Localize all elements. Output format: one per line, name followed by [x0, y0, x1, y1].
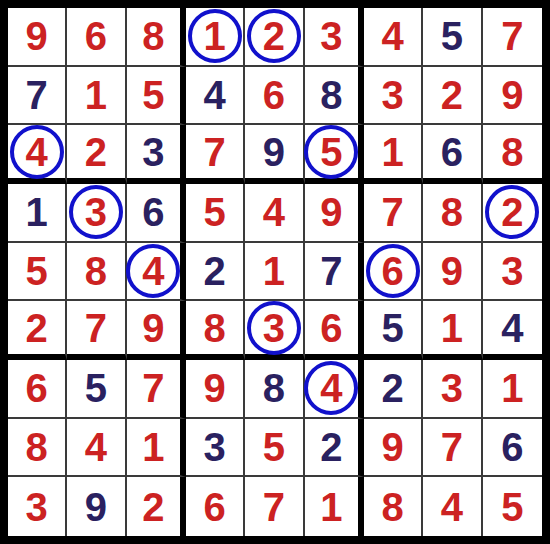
digit-r9c6: 1 [320, 487, 342, 527]
digit-r7c8: 3 [441, 368, 463, 408]
digit-r1c8: 5 [441, 16, 463, 56]
cell-r4c3[interactable]: 6 [127, 184, 186, 243]
cell-r9c2[interactable]: 9 [67, 477, 126, 536]
digit-r9c3: 2 [142, 487, 164, 527]
digit-r7c2: 5 [85, 368, 107, 408]
digit-r3c1: 4 [26, 132, 48, 172]
digit-r8c1: 8 [26, 427, 48, 467]
cell-r9c6[interactable]: 1 [305, 477, 364, 536]
digit-r1c4: 1 [204, 16, 226, 56]
digit-r4c6: 9 [320, 192, 342, 232]
cell-r8c5[interactable]: 5 [245, 419, 304, 478]
cell-r5c4[interactable]: 2 [186, 243, 245, 302]
digit-r9c1: 3 [26, 487, 48, 527]
sudoku-screenshot: 9681234577154683294237951681365497825842… [0, 0, 550, 544]
cell-r4c6[interactable]: 9 [305, 184, 364, 243]
cell-r9c8[interactable]: 4 [423, 477, 482, 536]
digit-r4c5: 4 [263, 192, 285, 232]
cell-r6c6[interactable]: 6 [305, 301, 364, 360]
cell-r3c8[interactable]: 6 [423, 125, 482, 184]
cell-r8c1[interactable]: 8 [8, 419, 67, 478]
cell-r8c9[interactable]: 6 [483, 419, 542, 478]
cell-r1c4[interactable]: 1 [186, 8, 245, 67]
digit-r5c5: 1 [263, 251, 285, 291]
digit-r1c7: 4 [382, 16, 404, 56]
digit-r2c8: 2 [441, 75, 463, 115]
cell-r5c5[interactable]: 1 [245, 243, 304, 302]
digit-r3c2: 2 [85, 132, 107, 172]
cell-r2c8[interactable]: 2 [423, 67, 482, 126]
cell-r6c9[interactable]: 4 [483, 301, 542, 360]
cell-r7c9[interactable]: 1 [483, 360, 542, 419]
digit-r9c8: 4 [441, 487, 463, 527]
cell-r9c7[interactable]: 8 [364, 477, 423, 536]
cell-r8c8[interactable]: 7 [423, 419, 482, 478]
digit-r2c1: 7 [26, 75, 48, 115]
cell-r2c7[interactable]: 3 [364, 67, 423, 126]
digit-r6c1: 2 [26, 308, 48, 348]
digit-r2c9: 9 [501, 75, 523, 115]
cell-r8c2[interactable]: 4 [67, 419, 126, 478]
digit-r8c4: 3 [204, 427, 226, 467]
cell-r2c3[interactable]: 5 [127, 67, 186, 126]
digit-r8c8: 7 [441, 427, 463, 467]
cell-r8c3[interactable]: 1 [127, 419, 186, 478]
cell-r2c6[interactable]: 8 [305, 67, 364, 126]
cell-r5c7[interactable]: 6 [364, 243, 423, 302]
cell-r2c5[interactable]: 6 [245, 67, 304, 126]
cell-r3c9[interactable]: 8 [483, 125, 542, 184]
digit-r7c6: 4 [320, 368, 342, 408]
cell-r7c4[interactable]: 9 [186, 360, 245, 419]
digit-r2c3: 5 [142, 75, 164, 115]
cell-r8c7[interactable]: 9 [364, 419, 423, 478]
cell-r1c2[interactable]: 6 [67, 8, 126, 67]
digit-r7c4: 9 [204, 368, 226, 408]
cell-r9c9[interactable]: 5 [483, 477, 542, 536]
cell-r6c1[interactable]: 2 [8, 301, 67, 360]
cell-r4c2[interactable]: 3 [67, 184, 126, 243]
cell-r7c3[interactable]: 7 [127, 360, 186, 419]
digit-r1c1: 9 [26, 16, 48, 56]
digit-r4c1: 1 [26, 192, 48, 232]
cell-r5c3[interactable]: 4 [127, 243, 186, 302]
digit-r7c5: 8 [263, 368, 285, 408]
cell-r3c2[interactable]: 2 [67, 125, 126, 184]
digit-r6c9: 4 [501, 308, 523, 348]
cell-r1c7[interactable]: 4 [364, 8, 423, 67]
cell-r7c8[interactable]: 3 [423, 360, 482, 419]
cell-r6c4[interactable]: 8 [186, 301, 245, 360]
digit-r3c8: 6 [441, 132, 463, 172]
digit-r4c8: 8 [441, 192, 463, 232]
digit-r1c2: 6 [85, 16, 107, 56]
cell-r9c1[interactable]: 3 [8, 477, 67, 536]
cell-r8c6[interactable]: 2 [305, 419, 364, 478]
cell-r8c4[interactable]: 3 [186, 419, 245, 478]
digit-r1c9: 7 [501, 16, 523, 56]
digit-r4c2: 3 [85, 192, 107, 232]
digit-r6c5: 3 [263, 308, 285, 348]
cell-r1c3[interactable]: 8 [127, 8, 186, 67]
digit-r2c5: 6 [263, 75, 285, 115]
cell-r1c9[interactable]: 7 [483, 8, 542, 67]
cell-r7c7[interactable]: 2 [364, 360, 423, 419]
digit-r6c4: 8 [204, 308, 226, 348]
digit-r8c5: 5 [263, 427, 285, 467]
digit-r5c4: 2 [204, 251, 226, 291]
cell-r3c3[interactable]: 3 [127, 125, 186, 184]
cell-r4c9[interactable]: 2 [483, 184, 542, 243]
digit-r5c6: 7 [320, 251, 342, 291]
cell-r1c8[interactable]: 5 [423, 8, 482, 67]
cell-r5c8[interactable]: 9 [423, 243, 482, 302]
digit-r2c7: 3 [382, 75, 404, 115]
digit-r5c7: 6 [382, 251, 404, 291]
digit-r9c2: 9 [85, 487, 107, 527]
cell-r6c8[interactable]: 1 [423, 301, 482, 360]
digit-r1c6: 3 [320, 16, 342, 56]
cell-r5c1[interactable]: 5 [8, 243, 67, 302]
cell-r6c2[interactable]: 7 [67, 301, 126, 360]
digit-r5c1: 5 [26, 251, 48, 291]
digit-r8c7: 9 [382, 427, 404, 467]
cell-r7c5[interactable]: 8 [245, 360, 304, 419]
cell-r4c4[interactable]: 5 [186, 184, 245, 243]
digit-r8c9: 6 [501, 427, 523, 467]
digit-r5c8: 9 [441, 251, 463, 291]
digit-r2c2: 1 [85, 75, 107, 115]
digit-r1c5: 2 [263, 16, 285, 56]
cell-r5c6[interactable]: 7 [305, 243, 364, 302]
cell-r6c3[interactable]: 9 [127, 301, 186, 360]
digit-r4c9: 2 [501, 192, 523, 232]
digit-r9c5: 7 [263, 487, 285, 527]
cell-r4c1[interactable]: 1 [8, 184, 67, 243]
cell-r1c5[interactable]: 2 [245, 8, 304, 67]
cell-r4c8[interactable]: 8 [423, 184, 482, 243]
cell-r6c5[interactable]: 3 [245, 301, 304, 360]
cell-r2c4[interactable]: 4 [186, 67, 245, 126]
cell-r3c7[interactable]: 1 [364, 125, 423, 184]
digit-r6c2: 7 [85, 308, 107, 348]
digit-r9c7: 8 [382, 487, 404, 527]
digit-r1c3: 8 [142, 16, 164, 56]
digit-r9c9: 5 [501, 487, 523, 527]
cell-r9c3[interactable]: 2 [127, 477, 186, 536]
digit-r8c3: 1 [142, 427, 164, 467]
digit-r3c7: 1 [382, 132, 404, 172]
sudoku-board: 9681234577154683294237951681365497825842… [0, 0, 550, 544]
digit-r3c6: 5 [320, 132, 342, 172]
cell-r4c7[interactable]: 7 [364, 184, 423, 243]
digit-r3c4: 7 [204, 132, 226, 172]
digit-r7c7: 2 [382, 368, 404, 408]
digit-r7c1: 6 [26, 368, 48, 408]
cell-r3c5[interactable]: 9 [245, 125, 304, 184]
digit-r5c9: 3 [501, 251, 523, 291]
digit-r2c4: 4 [204, 75, 226, 115]
digit-r4c7: 7 [382, 192, 404, 232]
digit-r2c6: 8 [320, 75, 342, 115]
digit-r8c2: 4 [85, 427, 107, 467]
cell-r1c1[interactable]: 9 [8, 8, 67, 67]
cell-r5c9[interactable]: 3 [483, 243, 542, 302]
cell-r9c4[interactable]: 6 [186, 477, 245, 536]
digit-r7c9: 1 [501, 368, 523, 408]
cell-r1c6[interactable]: 3 [305, 8, 364, 67]
cell-r5c2[interactable]: 8 [67, 243, 126, 302]
digit-r9c4: 6 [204, 487, 226, 527]
digit-r6c3: 9 [142, 308, 164, 348]
digit-r5c2: 8 [85, 251, 107, 291]
digit-r7c3: 7 [142, 368, 164, 408]
cell-r2c1[interactable]: 7 [8, 67, 67, 126]
cell-r2c9[interactable]: 9 [483, 67, 542, 126]
cell-r4c5[interactable]: 4 [245, 184, 304, 243]
digit-r8c6: 2 [320, 427, 342, 467]
cell-r9c5[interactable]: 7 [245, 477, 304, 536]
cell-r2c2[interactable]: 1 [67, 67, 126, 126]
digit-r3c9: 8 [501, 132, 523, 172]
cell-r7c6[interactable]: 4 [305, 360, 364, 419]
cell-r3c6[interactable]: 5 [305, 125, 364, 184]
digit-r4c3: 6 [142, 192, 164, 232]
cell-r3c1[interactable]: 4 [8, 125, 67, 184]
digit-r3c5: 9 [263, 132, 285, 172]
digit-r6c6: 6 [320, 308, 342, 348]
cell-r3c4[interactable]: 7 [186, 125, 245, 184]
cell-r6c7[interactable]: 5 [364, 301, 423, 360]
digit-r6c7: 5 [382, 308, 404, 348]
digit-r3c3: 3 [142, 132, 164, 172]
cell-r7c2[interactable]: 5 [67, 360, 126, 419]
digit-r4c4: 5 [204, 192, 226, 232]
digit-r5c3: 4 [142, 251, 164, 291]
digit-r6c8: 1 [441, 308, 463, 348]
cell-r7c1[interactable]: 6 [8, 360, 67, 419]
